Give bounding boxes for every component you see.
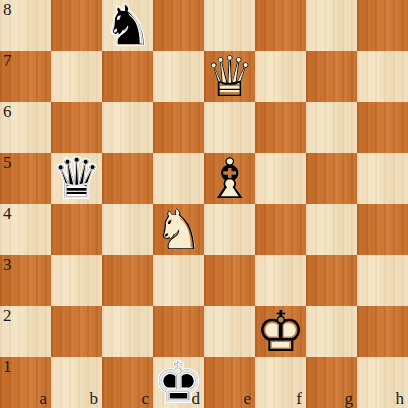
- square-c1[interactable]: [102, 357, 153, 408]
- square-b2[interactable]: [51, 306, 102, 357]
- square-f7[interactable]: [255, 51, 306, 102]
- square-a6[interactable]: [0, 102, 51, 153]
- square-h7[interactable]: [357, 51, 408, 102]
- square-a2[interactable]: [0, 306, 51, 357]
- square-d7[interactable]: [153, 51, 204, 102]
- king-glyph-outline: ♔: [255, 306, 306, 357]
- square-c3[interactable]: [102, 255, 153, 306]
- square-f6[interactable]: [255, 102, 306, 153]
- square-b7[interactable]: [51, 51, 102, 102]
- square-b1[interactable]: [51, 357, 102, 408]
- square-c5[interactable]: [102, 153, 153, 204]
- square-h6[interactable]: [357, 102, 408, 153]
- chess-board: ♞♘♛♕♛♕♝♗♞♘♚♔♚♔8 7 6 5 4 3 2 1 a b c d e …: [0, 0, 408, 408]
- white-bishop[interactable]: ♝♗: [204, 153, 255, 204]
- king-glyph-outline: ♔: [153, 357, 204, 408]
- square-h3[interactable]: [357, 255, 408, 306]
- square-e2[interactable]: [204, 306, 255, 357]
- queen-glyph-outline: ♕: [204, 51, 255, 102]
- square-a7[interactable]: [0, 51, 51, 102]
- square-d4[interactable]: ♞♘: [153, 204, 204, 255]
- square-g4[interactable]: [306, 204, 357, 255]
- square-a8[interactable]: [0, 0, 51, 51]
- square-g5[interactable]: [306, 153, 357, 204]
- square-a1[interactable]: [0, 357, 51, 408]
- square-c7[interactable]: [102, 51, 153, 102]
- queen-glyph-outline: ♕: [51, 153, 102, 204]
- square-c6[interactable]: [102, 102, 153, 153]
- square-e4[interactable]: [204, 204, 255, 255]
- square-g7[interactable]: [306, 51, 357, 102]
- square-d8[interactable]: [153, 0, 204, 51]
- square-c4[interactable]: [102, 204, 153, 255]
- square-b4[interactable]: [51, 204, 102, 255]
- square-d3[interactable]: [153, 255, 204, 306]
- square-h4[interactable]: [357, 204, 408, 255]
- square-a5[interactable]: [0, 153, 51, 204]
- square-b8[interactable]: [51, 0, 102, 51]
- square-g2[interactable]: [306, 306, 357, 357]
- square-g1[interactable]: [306, 357, 357, 408]
- square-b3[interactable]: [51, 255, 102, 306]
- black-queen[interactable]: ♛♕: [51, 153, 102, 204]
- square-h2[interactable]: [357, 306, 408, 357]
- white-king[interactable]: ♚♔: [255, 306, 306, 357]
- knight-glyph-outline: ♘: [153, 204, 204, 255]
- square-c8[interactable]: ♞♘: [102, 0, 153, 51]
- bishop-glyph-outline: ♗: [204, 153, 255, 204]
- square-f2[interactable]: ♚♔: [255, 306, 306, 357]
- black-knight[interactable]: ♞♘: [102, 0, 153, 51]
- square-d1[interactable]: ♚♔: [153, 357, 204, 408]
- square-a4[interactable]: [0, 204, 51, 255]
- square-a3[interactable]: [0, 255, 51, 306]
- square-g6[interactable]: [306, 102, 357, 153]
- square-h5[interactable]: [357, 153, 408, 204]
- square-h1[interactable]: [357, 357, 408, 408]
- square-f5[interactable]: [255, 153, 306, 204]
- square-e7[interactable]: ♛♕: [204, 51, 255, 102]
- square-c2[interactable]: [102, 306, 153, 357]
- white-queen[interactable]: ♛♕: [204, 51, 255, 102]
- square-e1[interactable]: [204, 357, 255, 408]
- square-f8[interactable]: [255, 0, 306, 51]
- square-f4[interactable]: [255, 204, 306, 255]
- white-knight[interactable]: ♞♘: [153, 204, 204, 255]
- square-d6[interactable]: [153, 102, 204, 153]
- square-h8[interactable]: [357, 0, 408, 51]
- square-e3[interactable]: [204, 255, 255, 306]
- knight-glyph-outline: ♘: [102, 0, 153, 51]
- square-f1[interactable]: [255, 357, 306, 408]
- square-b5[interactable]: ♛♕: [51, 153, 102, 204]
- square-g8[interactable]: [306, 0, 357, 51]
- square-e5[interactable]: ♝♗: [204, 153, 255, 204]
- square-g3[interactable]: [306, 255, 357, 306]
- black-king[interactable]: ♚♔: [153, 357, 204, 408]
